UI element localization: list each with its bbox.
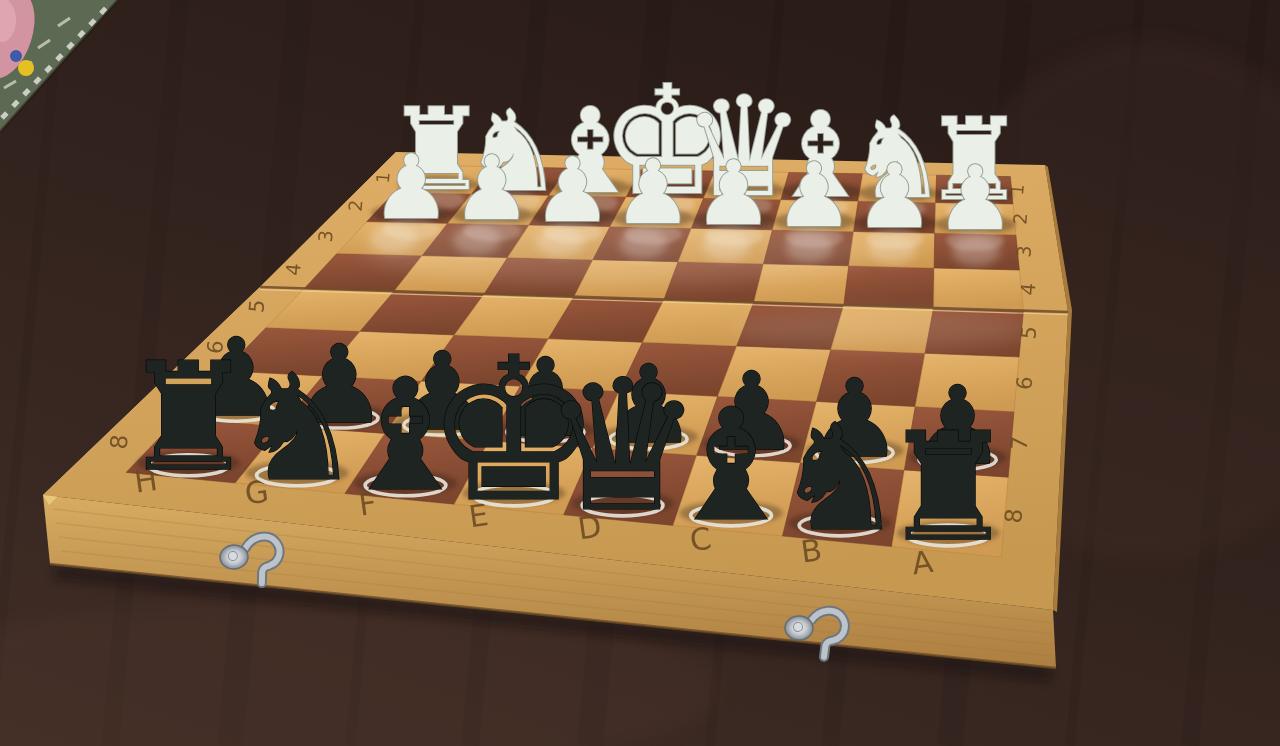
- white-pawn-glyph: ♟: [613, 141, 693, 244]
- blue-toy: [10, 50, 22, 62]
- yellow-toy: [18, 60, 34, 76]
- black-rook-glyph: ♜: [881, 400, 1015, 574]
- photo-canvas: HGFEDCBA8877665544332211♜♞♝♚♛♝♞♜♟♟♟♟♟♟♟♟…: [0, 0, 1280, 746]
- white-pawn-glyph: ♟: [452, 137, 532, 240]
- white-pawn-glyph: ♟: [533, 139, 613, 242]
- rank-label-left-3: 3: [314, 229, 337, 243]
- white-pawn-glyph: ♟: [855, 145, 935, 248]
- rank-label-right-5: 5: [1016, 325, 1041, 340]
- white-pawn-glyph: ♟: [774, 144, 854, 247]
- piece-white-pawn-h2[interactable]: ♟: [371, 136, 452, 240]
- white-pawn-glyph: ♟: [372, 136, 452, 239]
- piece-black-rook-a8[interactable]: ♜: [881, 400, 1015, 574]
- piece-white-pawn-d2[interactable]: ♟: [693, 142, 774, 246]
- rank-label-left-4: 4: [282, 262, 306, 277]
- piece-white-pawn-f2[interactable]: ♟: [532, 139, 613, 243]
- piece-white-pawn-a2[interactable]: ♟: [935, 147, 1016, 251]
- rank-label-left-5: 5: [244, 299, 269, 314]
- square-b4[interactable]: [844, 266, 934, 308]
- square-a4[interactable]: [934, 268, 1024, 311]
- piece-white-pawn-c2[interactable]: ♟: [774, 144, 855, 248]
- rank-label-right-6: 6: [1011, 375, 1037, 391]
- rank-label-right-3: 3: [1012, 244, 1035, 258]
- chess-photo-scene: HGFEDCBA8877665544332211♜♞♝♚♛♝♞♜♟♟♟♟♟♟♟♟…: [0, 0, 1280, 746]
- rank-label-right-4: 4: [1017, 282, 1041, 297]
- white-pawn-glyph: ♟: [935, 147, 1015, 250]
- piece-white-pawn-g2[interactable]: ♟: [451, 137, 532, 241]
- rank-label-left-2: 2: [345, 199, 367, 212]
- white-pawn-glyph: ♟: [694, 142, 774, 245]
- piece-white-pawn-b2[interactable]: ♟: [854, 145, 935, 249]
- piece-white-pawn-e2[interactable]: ♟: [612, 141, 693, 245]
